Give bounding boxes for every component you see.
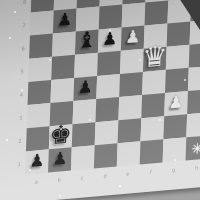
square-g2[interactable] (163, 114, 187, 139)
square-d2[interactable] (95, 120, 119, 145)
piece-black-pawn-c4[interactable]: ♟ (77, 78, 93, 96)
square-e1[interactable] (117, 141, 141, 166)
corner-rosette-icon: ✳ (191, 139, 200, 156)
square-c3[interactable] (73, 99, 97, 124)
square-f4[interactable] (142, 70, 166, 95)
square-a2[interactable] (26, 126, 50, 151)
square-f7[interactable] (145, 0, 169, 25)
square-f3[interactable] (141, 93, 165, 118)
rank-label-1: 1 (13, 151, 25, 175)
square-g4[interactable] (165, 68, 189, 93)
file-label-h: h (185, 161, 200, 175)
square-g3[interactable]: ♟ (164, 91, 188, 116)
square-h1[interactable]: ✳ (186, 135, 200, 160)
square-a1[interactable]: ♟ (25, 149, 49, 174)
square-b5[interactable] (51, 55, 75, 80)
square-e4[interactable] (119, 72, 143, 97)
piece-black-pawn-b7[interactable]: ♟ (57, 10, 73, 28)
square-b4[interactable] (50, 78, 74, 103)
file-label-g: g (162, 163, 185, 177)
square-d3[interactable] (95, 97, 119, 122)
square-b6[interactable] (52, 32, 76, 57)
square-h2[interactable] (186, 112, 200, 137)
square-a5[interactable] (28, 57, 52, 82)
piece-white-pawn-e6[interactable]: ♟ (125, 27, 141, 45)
square-f1[interactable] (140, 139, 164, 164)
square-c2[interactable] (72, 122, 96, 147)
square-d1[interactable] (94, 143, 118, 168)
rank-label-4: 4 (16, 82, 28, 106)
rank-label-3: 3 (15, 105, 27, 129)
square-d5[interactable] (97, 51, 121, 76)
piece-white-queen-f5[interactable]: ♛ (142, 41, 168, 71)
file-label-a: a (25, 175, 48, 189)
square-a4[interactable] (28, 80, 52, 105)
square-b2[interactable]: ♚ (49, 124, 73, 149)
rank-label-8: 8 (19, 0, 31, 13)
piece-black-bishop-c6[interactable]: ♝ (77, 28, 97, 52)
file-label-d: d (93, 169, 116, 183)
board-photo: 87654321 ♟♟♝♟♟♛♟♟♚♟♟✳ abcdefgh (0, 0, 200, 200)
square-f5[interactable]: ♛ (143, 47, 167, 72)
square-b7[interactable]: ♟ (53, 8, 77, 33)
square-e7[interactable] (122, 2, 146, 27)
square-g6[interactable] (167, 22, 191, 47)
square-d7[interactable] (99, 4, 123, 29)
piece-black-pawn-a1[interactable]: ♟ (29, 151, 45, 169)
square-a6[interactable] (29, 34, 53, 59)
square-e5[interactable] (120, 49, 144, 74)
square-c4[interactable]: ♟ (73, 76, 97, 101)
rank-label-2: 2 (14, 128, 26, 152)
file-label-f: f (139, 165, 162, 179)
square-g1[interactable] (163, 137, 187, 162)
square-f2[interactable] (140, 116, 164, 141)
file-label-e: e (116, 167, 139, 181)
file-label-c: c (70, 171, 93, 185)
square-g5[interactable] (166, 45, 190, 70)
file-label-b: b (48, 173, 71, 187)
square-a7[interactable] (30, 10, 54, 35)
rank-label-6: 6 (17, 36, 29, 60)
rank-label-5: 5 (16, 59, 28, 83)
square-h4[interactable] (188, 66, 200, 91)
vinyl-chess-board: 87654321 ♟♟♝♟♟♛♟♟♚♟♟✳ abcdefgh (0, 0, 200, 200)
square-e2[interactable] (118, 118, 142, 143)
square-d4[interactable] (96, 74, 120, 99)
rank-label-7: 7 (18, 13, 30, 37)
piece-black-pawn-b1[interactable]: ♟ (52, 149, 68, 167)
square-b1[interactable]: ♟ (48, 147, 72, 172)
square-a3[interactable] (27, 103, 51, 128)
square-c5[interactable] (74, 53, 98, 78)
piece-black-king-b2[interactable]: ♚ (49, 121, 72, 148)
square-h5[interactable] (189, 43, 200, 68)
square-c1[interactable] (71, 145, 95, 170)
square-e6[interactable]: ♟ (121, 26, 145, 51)
square-e3[interactable] (118, 95, 142, 120)
board-grid: ♟♟♝♟♟♛♟♟♚♟♟✳ (25, 0, 200, 175)
piece-white-pawn-g3[interactable]: ♟ (168, 93, 184, 111)
square-c6[interactable]: ♝ (75, 30, 99, 55)
square-d6[interactable]: ♟ (98, 28, 122, 53)
piece-black-pawn-d6[interactable]: ♟ (102, 29, 118, 47)
square-h3[interactable] (187, 89, 200, 114)
